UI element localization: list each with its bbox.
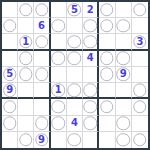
cell-r4c8[interactable]	[116, 51, 132, 67]
given-digit: 3	[136, 36, 143, 46]
cell-r2c9[interactable]	[132, 18, 148, 34]
cell-r9c8[interactable]	[116, 132, 132, 148]
cell-r4c3[interactable]	[34, 51, 50, 67]
cell-r2c3[interactable]: 6	[34, 18, 50, 34]
cell-r8c5[interactable]: 4	[67, 116, 83, 132]
cell-r1c3[interactable]	[34, 2, 50, 18]
odd-cell-circle	[100, 19, 114, 33]
odd-cell-circle	[19, 133, 33, 147]
cell-r4c5[interactable]	[67, 51, 83, 67]
cell-r5c5[interactable]	[67, 67, 83, 83]
cell-r5c1[interactable]: 5	[2, 67, 18, 83]
odd-cell-circle	[133, 133, 147, 147]
cell-r3c5[interactable]	[67, 34, 83, 50]
odd-cell-circle	[116, 116, 130, 130]
cell-r6c6[interactable]	[83, 83, 99, 99]
cell-r6c5[interactable]	[67, 83, 83, 99]
odd-cell-circle	[3, 19, 17, 33]
cell-r5c3[interactable]	[34, 67, 50, 83]
cell-r3c1[interactable]	[2, 34, 18, 50]
cell-r5c4[interactable]	[51, 67, 67, 83]
given-digit: 4	[87, 53, 94, 63]
cell-r3c4[interactable]	[51, 34, 67, 50]
cell-r4c9[interactable]	[132, 51, 148, 67]
given-digit: 5	[6, 69, 13, 79]
cell-r6c3[interactable]	[34, 83, 50, 99]
odd-cell-circle	[100, 3, 114, 17]
cell-r8c1[interactable]	[2, 116, 18, 132]
cell-r2c1[interactable]	[2, 18, 18, 34]
cell-r8c8[interactable]	[116, 116, 132, 132]
sudoku-board: 526134599149	[0, 0, 150, 150]
cell-r5c7[interactable]	[99, 67, 115, 83]
given-digit: 1	[55, 85, 62, 95]
cell-r3c7[interactable]	[99, 34, 115, 50]
cell-r7c2[interactable]	[18, 99, 34, 115]
cell-r3c3[interactable]	[34, 34, 50, 50]
odd-cell-circle	[52, 100, 66, 114]
odd-cell-circle	[35, 68, 49, 82]
cell-r9c4[interactable]	[51, 132, 67, 148]
odd-cell-circle	[68, 52, 82, 66]
cell-r9c7[interactable]	[99, 132, 115, 148]
given-digit: 6	[38, 21, 45, 31]
odd-cell-circle	[68, 133, 82, 147]
cell-r1c8[interactable]	[116, 2, 132, 18]
cell-r9c3[interactable]: 9	[34, 132, 50, 148]
odd-cell-circle	[83, 100, 97, 114]
cell-r7c1[interactable]	[2, 99, 18, 115]
odd-cell-circle	[3, 116, 17, 130]
odd-cell-circle	[83, 83, 97, 97]
cell-r1c6[interactable]: 2	[83, 2, 99, 18]
odd-cell-circle	[19, 52, 33, 66]
cell-r7c4[interactable]	[51, 99, 67, 115]
odd-cell-circle	[116, 52, 130, 66]
odd-cell-circle	[68, 35, 82, 49]
cell-r8c6[interactable]	[83, 116, 99, 132]
cell-r2c4[interactable]	[51, 18, 67, 34]
cell-r1c7[interactable]	[99, 2, 115, 18]
odd-cell-circle	[100, 52, 114, 66]
cell-r1c9[interactable]	[132, 2, 148, 18]
odd-cell-circle	[116, 133, 130, 147]
odd-cell-circle	[133, 83, 147, 97]
cell-r7c9[interactable]	[132, 99, 148, 115]
cell-r9c6[interactable]	[83, 132, 99, 148]
cell-r6c4[interactable]: 1	[51, 83, 67, 99]
cell-r6c1[interactable]: 9	[2, 83, 18, 99]
cell-r4c6[interactable]: 4	[83, 51, 99, 67]
odd-cell-circle	[52, 116, 66, 130]
cell-r3c6[interactable]	[83, 34, 99, 50]
cell-r8c3[interactable]	[34, 116, 50, 132]
cell-r2c2[interactable]	[18, 18, 34, 34]
cell-r9c9[interactable]	[132, 132, 148, 148]
cell-r2c8[interactable]	[116, 18, 132, 34]
odd-cell-circle	[19, 3, 33, 17]
odd-cell-circle	[68, 83, 82, 97]
cell-r9c1[interactable]	[2, 132, 18, 148]
cell-r5c2[interactable]	[18, 67, 34, 83]
cell-r7c3[interactable]	[34, 99, 50, 115]
given-digit: 9	[6, 85, 13, 95]
cell-r1c5[interactable]: 5	[67, 2, 83, 18]
cell-r7c8[interactable]	[116, 99, 132, 115]
cell-r4c7[interactable]	[99, 51, 115, 67]
odd-cell-circle	[35, 35, 49, 49]
cell-r8c2[interactable]	[18, 116, 34, 132]
cell-r3c9[interactable]: 3	[132, 34, 148, 50]
odd-cell-circle	[83, 35, 97, 49]
cell-r9c2[interactable]	[18, 132, 34, 148]
cell-r3c2[interactable]: 1	[18, 34, 34, 50]
cell-r8c9[interactable]	[132, 116, 148, 132]
cell-r6c7[interactable]	[99, 83, 115, 99]
odd-cell-circle	[116, 19, 130, 33]
odd-cell-circle	[100, 100, 114, 114]
cell-r3c8[interactable]	[116, 34, 132, 50]
cell-r6c8[interactable]	[116, 83, 132, 99]
given-digit: 5	[71, 4, 78, 14]
given-digit: 9	[120, 69, 127, 79]
cell-r4c2[interactable]	[18, 51, 34, 67]
odd-cell-circle	[52, 19, 66, 33]
cell-r2c5[interactable]	[67, 18, 83, 34]
odd-cell-circle	[133, 100, 147, 114]
odd-cell-circle	[3, 100, 17, 114]
odd-cell-circle	[100, 68, 114, 82]
odd-cell-circle	[83, 19, 97, 33]
cell-r1c2[interactable]	[18, 2, 34, 18]
cell-r1c4[interactable]	[51, 2, 67, 18]
odd-cell-circle	[35, 116, 49, 130]
given-digit: 2	[87, 4, 94, 14]
cell-r4c1[interactable]	[2, 51, 18, 67]
odd-cell-circle	[19, 68, 33, 82]
given-digit: 1	[22, 36, 29, 46]
cell-r2c7[interactable]	[99, 18, 115, 34]
odd-cell-circle	[35, 3, 49, 17]
cell-r6c2[interactable]	[18, 83, 34, 99]
odd-cell-circle	[133, 3, 147, 17]
cell-r4c4[interactable]	[51, 51, 67, 67]
cell-r8c4[interactable]	[51, 116, 67, 132]
odd-cell-circle	[83, 116, 97, 130]
cell-r5c8[interactable]: 9	[116, 67, 132, 83]
cell-r5c9[interactable]	[132, 67, 148, 83]
cell-r2c6[interactable]	[83, 18, 99, 34]
cell-r7c7[interactable]	[99, 99, 115, 115]
odd-cell-circle	[52, 52, 66, 66]
cell-r8c7[interactable]	[99, 116, 115, 132]
cell-r6c9[interactable]	[132, 83, 148, 99]
cell-r9c5[interactable]	[67, 132, 83, 148]
given-digit: 9	[38, 135, 45, 145]
cell-r1c1[interactable]	[2, 2, 18, 18]
cell-r7c6[interactable]	[83, 99, 99, 115]
given-digit: 4	[71, 118, 78, 128]
cell-r5c6[interactable]	[83, 67, 99, 83]
cell-r7c5[interactable]	[67, 99, 83, 115]
